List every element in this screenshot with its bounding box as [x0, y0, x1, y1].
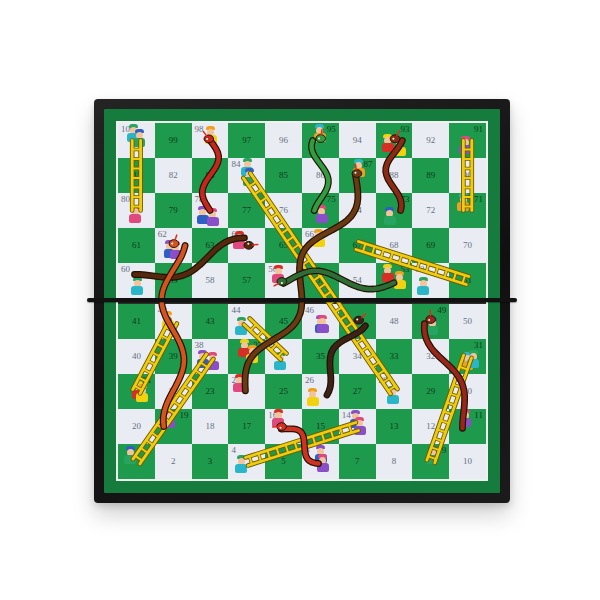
child-figure	[242, 168, 256, 187]
square-55: 55	[302, 263, 339, 298]
square-93: 93	[376, 123, 413, 158]
square-44: 44	[228, 304, 265, 339]
child-figure	[273, 352, 287, 371]
child-figure	[393, 271, 407, 290]
square-91: 91	[449, 123, 486, 158]
square-number: 88	[376, 158, 413, 193]
square-31: 31	[449, 339, 486, 374]
square-number: 95	[327, 125, 336, 134]
square-35: 35	[302, 339, 339, 374]
square-number: 11	[474, 411, 483, 420]
square-number: 47	[339, 304, 376, 339]
square-4: 4	[228, 444, 265, 479]
square-76: 76	[265, 193, 302, 228]
square-number: 59	[155, 263, 192, 298]
square-46: 46	[302, 304, 339, 339]
square-number: 62	[158, 230, 167, 239]
square-number: 6	[305, 446, 310, 455]
square-71: 71	[449, 193, 486, 228]
square-48: 48	[376, 304, 413, 339]
square-number: 94	[339, 123, 376, 158]
square-number: 1	[147, 446, 152, 455]
square-number: 46	[305, 306, 314, 315]
square-number: 27	[339, 374, 376, 409]
square-number: 17	[228, 409, 265, 444]
square-26: 26	[302, 374, 339, 409]
child-figure	[232, 374, 246, 393]
square-96: 96	[265, 123, 302, 158]
snakes-and-ladders-board: 1009998979695949392918182838485868788899…	[94, 99, 510, 503]
square-38: 38	[192, 339, 229, 374]
square-40: 40	[118, 339, 155, 374]
square-94: 94	[339, 123, 376, 158]
square-43: 43	[192, 304, 229, 339]
square-30: 30	[449, 374, 486, 409]
square-88: 88	[376, 158, 413, 193]
square-number: 80	[121, 195, 130, 204]
square-number: 61	[118, 228, 155, 263]
square-number: 26	[305, 376, 314, 385]
square-20: 20	[118, 409, 155, 444]
square-number: 48	[376, 304, 413, 339]
square-6: 6	[302, 444, 339, 479]
square-32: 32	[412, 339, 449, 374]
board-top-half: 1009998979695949392918182838485868788899…	[118, 123, 486, 298]
square-number: 70	[449, 228, 486, 263]
square-66: 66	[302, 228, 339, 263]
square-number: 38	[195, 341, 204, 350]
square-number: 44	[231, 306, 240, 315]
square-98: 98	[192, 123, 229, 158]
square-83: 83	[192, 158, 229, 193]
square-number: 75	[327, 195, 336, 204]
child-figure	[352, 159, 366, 178]
child-figure	[206, 352, 220, 371]
child-figure	[162, 410, 176, 429]
child-figure	[132, 129, 146, 148]
square-number: 57	[228, 263, 265, 298]
square-number: 13	[376, 409, 413, 444]
square-81: 81	[118, 158, 155, 193]
square-57: 57	[228, 263, 265, 298]
square-23: 23	[192, 374, 229, 409]
square-number: 30	[449, 374, 486, 409]
square-number: 45	[265, 304, 302, 339]
square-18: 18	[192, 409, 229, 444]
square-33: 33	[376, 339, 413, 374]
square-number: 71	[474, 195, 483, 204]
square-9: 9	[412, 444, 449, 479]
square-62: 62	[155, 228, 192, 263]
square-number: 63	[192, 228, 229, 263]
square-number: 99	[155, 123, 192, 158]
square-25: 25	[265, 374, 302, 409]
square-53: 53	[376, 263, 413, 298]
square-87: 87	[339, 158, 376, 193]
square-number: 73	[400, 195, 409, 204]
square-21: 21	[118, 374, 155, 409]
square-84: 84	[228, 158, 265, 193]
square-number: 5	[265, 444, 302, 479]
square-61: 61	[118, 228, 155, 263]
square-number: 60	[121, 265, 130, 274]
square-99: 99	[155, 123, 192, 158]
square-29: 29	[412, 374, 449, 409]
square-67: 67	[339, 228, 376, 263]
square-5: 5	[265, 444, 302, 479]
square-number: 33	[376, 339, 413, 374]
square-2: 2	[155, 444, 192, 479]
square-number: 89	[412, 158, 449, 193]
square-15: 15	[302, 409, 339, 444]
square-1: 1	[118, 444, 155, 479]
square-90: 90	[449, 158, 486, 193]
child-figure	[206, 208, 220, 227]
square-number: 86	[302, 158, 339, 193]
square-number: 78	[195, 195, 204, 204]
child-figure	[245, 345, 259, 364]
square-number: 20	[118, 409, 155, 444]
square-58: 58	[192, 263, 229, 298]
child-figure	[232, 231, 246, 250]
square-68: 68	[376, 228, 413, 263]
square-number: 29	[412, 374, 449, 409]
child-figure	[316, 315, 330, 334]
square-number: 98	[195, 125, 204, 134]
square-number: 36	[268, 341, 277, 350]
child-figure	[123, 446, 137, 465]
square-number: 90	[449, 158, 486, 193]
square-74: 74	[339, 193, 376, 228]
child-figure	[458, 136, 472, 155]
child-figure	[315, 205, 329, 224]
child-figure	[425, 317, 439, 336]
square-13: 13	[376, 409, 413, 444]
square-number: 85	[265, 158, 302, 193]
square-41: 41	[118, 304, 155, 339]
board-bottom-half: 4142434445464748495040393837363534333231…	[118, 304, 486, 479]
child-figure	[466, 350, 480, 369]
square-number: 81	[118, 158, 155, 193]
child-figure	[161, 311, 175, 330]
square-number: 93	[400, 125, 409, 134]
child-figure	[234, 317, 248, 336]
square-number: 19	[180, 411, 189, 420]
square-number: 96	[265, 123, 302, 158]
square-number: 83	[192, 158, 229, 193]
child-figure	[271, 409, 285, 428]
square-7: 7	[339, 444, 376, 479]
child-figure	[128, 205, 142, 224]
square-17: 17	[228, 409, 265, 444]
child-figure	[135, 384, 149, 403]
square-number: 28	[379, 376, 388, 385]
square-73: 73	[376, 193, 413, 228]
square-number: 76	[265, 193, 302, 228]
square-number: 92	[412, 123, 449, 158]
square-number: 51	[449, 263, 486, 298]
square-54: 54	[339, 263, 376, 298]
square-number: 79	[155, 193, 192, 228]
square-number: 3	[192, 444, 229, 479]
square-97: 97	[228, 123, 265, 158]
square-14: 14	[339, 409, 376, 444]
square-11: 11	[449, 409, 486, 444]
square-69: 69	[412, 228, 449, 263]
square-12: 12	[412, 409, 449, 444]
square-22: 22	[155, 374, 192, 409]
square-80: 80	[118, 193, 155, 228]
square-number: 69	[412, 228, 449, 263]
square-number: 41	[118, 304, 155, 339]
square-number: 74	[339, 193, 376, 228]
square-92: 92	[412, 123, 449, 158]
child-figure	[416, 277, 430, 296]
square-10: 10	[449, 444, 486, 479]
fold-hinge	[87, 298, 517, 302]
square-number: 97	[228, 123, 265, 158]
square-number: 32	[412, 339, 449, 374]
child-figure	[313, 124, 327, 143]
square-89: 89	[412, 158, 449, 193]
square-51: 51	[449, 263, 486, 298]
square-72: 72	[412, 193, 449, 228]
child-figure	[234, 455, 248, 474]
square-82: 82	[155, 158, 192, 193]
child-figure	[130, 277, 144, 296]
child-figure	[383, 207, 397, 226]
square-number: 58	[192, 263, 229, 298]
square-52: 52	[412, 263, 449, 298]
square-59: 59	[155, 263, 192, 298]
square-39: 39	[155, 339, 192, 374]
square-95: 95	[302, 123, 339, 158]
square-3: 3	[192, 444, 229, 479]
square-78: 78	[192, 193, 229, 228]
square-number: 40	[118, 339, 155, 374]
square-56: 56	[265, 263, 302, 298]
square-number: 34	[339, 339, 376, 374]
square-number: 23	[192, 374, 229, 409]
square-number: 39	[155, 339, 192, 374]
square-42: 42	[155, 304, 192, 339]
square-number: 84	[231, 160, 240, 169]
square-number: 35	[302, 339, 339, 374]
square-27: 27	[339, 374, 376, 409]
square-100: 100	[118, 123, 155, 158]
child-figure	[386, 386, 400, 405]
square-50: 50	[449, 304, 486, 339]
square-number: 49	[437, 306, 446, 315]
square-75: 75	[302, 193, 339, 228]
child-figure	[169, 241, 183, 260]
square-number: 18	[192, 409, 229, 444]
square-number: 7	[339, 444, 376, 479]
square-number: 72	[412, 193, 449, 228]
product-photo: 1009998979695949392918182838485868788899…	[0, 0, 600, 600]
square-number: 15	[302, 409, 339, 444]
square-45: 45	[265, 304, 302, 339]
square-16: 16	[265, 409, 302, 444]
square-37: 37	[228, 339, 265, 374]
square-34: 34	[339, 339, 376, 374]
square-number: 68	[376, 228, 413, 263]
square-number: 82	[155, 158, 192, 193]
square-63: 63	[192, 228, 229, 263]
child-figure	[458, 409, 472, 428]
square-number: 52	[415, 265, 424, 274]
square-number: 2	[155, 444, 192, 479]
child-figure	[271, 265, 285, 284]
square-number: 55	[302, 263, 339, 298]
square-number: 67	[339, 228, 376, 263]
square-number: 4	[231, 446, 236, 455]
square-70: 70	[449, 228, 486, 263]
square-number: 8	[376, 444, 413, 479]
square-64: 64	[228, 228, 265, 263]
child-figure	[312, 229, 326, 248]
square-8: 8	[376, 444, 413, 479]
child-figure	[353, 417, 367, 436]
square-85: 85	[265, 158, 302, 193]
square-number: 12	[412, 409, 449, 444]
square-number: 50	[449, 304, 486, 339]
child-figure	[393, 138, 407, 157]
square-number: 91	[474, 125, 483, 134]
square-number: 25	[265, 374, 302, 409]
square-24: 24	[228, 374, 265, 409]
square-number: 9	[442, 446, 447, 455]
square-36: 36	[265, 339, 302, 374]
square-77: 77	[228, 193, 265, 228]
square-86: 86	[302, 158, 339, 193]
child-figure	[425, 446, 439, 465]
square-49: 49	[412, 304, 449, 339]
square-number: 77	[228, 193, 265, 228]
square-number: 54	[339, 263, 376, 298]
child-figure	[204, 126, 218, 145]
square-number: 22	[155, 374, 192, 409]
child-figure	[306, 388, 320, 407]
square-number: 43	[192, 304, 229, 339]
square-60: 60	[118, 263, 155, 298]
child-figure	[456, 193, 470, 212]
square-28: 28	[376, 374, 413, 409]
square-65: 65	[265, 228, 302, 263]
child-figure	[316, 454, 330, 473]
square-47: 47	[339, 304, 376, 339]
square-79: 79	[155, 193, 192, 228]
square-number: 65	[265, 228, 302, 263]
square-19: 19	[155, 409, 192, 444]
square-number: 31	[474, 341, 483, 350]
square-number: 10	[449, 444, 486, 479]
